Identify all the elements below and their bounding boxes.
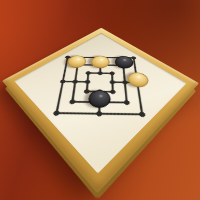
point-e5[interactable] xyxy=(109,71,116,76)
point-f2[interactable] xyxy=(123,99,131,106)
morris-board[interactable] xyxy=(2,28,199,194)
point-g1[interactable] xyxy=(138,111,147,118)
board-diagram xyxy=(2,28,199,194)
table-cloth-background xyxy=(0,0,200,200)
point-b2[interactable] xyxy=(68,98,76,105)
point-d1[interactable] xyxy=(95,110,104,117)
point-a1[interactable] xyxy=(52,110,61,117)
point-c5[interactable] xyxy=(85,71,92,76)
point-e3[interactable] xyxy=(109,89,117,95)
